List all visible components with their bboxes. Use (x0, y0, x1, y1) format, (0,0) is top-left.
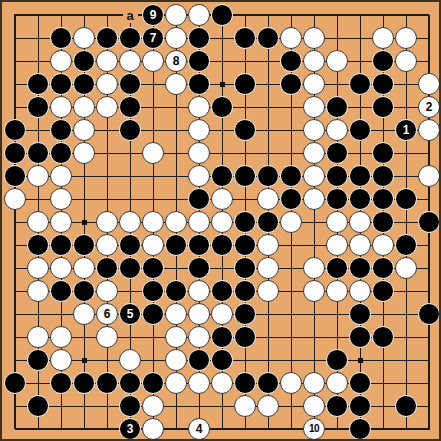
white-stone (50, 349, 72, 371)
white-stone (188, 211, 210, 233)
black-stone-move-5: 5 (119, 303, 141, 325)
go-board: 97821653410a (2, 2, 439, 439)
black-stone (73, 50, 95, 72)
black-stone (349, 188, 371, 210)
white-stone (50, 96, 72, 118)
black-stone (234, 234, 256, 256)
white-stone (119, 50, 141, 72)
black-stone (27, 142, 49, 164)
white-stone (303, 73, 325, 95)
star-point (82, 358, 87, 363)
black-stone (395, 395, 417, 417)
white-stone (280, 372, 302, 394)
black-stone-move-7: 7 (142, 27, 164, 49)
black-stone (418, 303, 440, 325)
white-stone (326, 234, 348, 256)
white-stone (73, 27, 95, 49)
white-stone (27, 326, 49, 348)
black-stone (211, 96, 233, 118)
star-point (82, 220, 87, 225)
black-stone (188, 234, 210, 256)
black-stone (211, 349, 233, 371)
white-stone (303, 257, 325, 279)
white-stone (188, 326, 210, 348)
black-stone (165, 280, 187, 302)
black-stone (142, 280, 164, 302)
black-stone (27, 96, 49, 118)
black-stone (326, 96, 348, 118)
white-stone (27, 211, 49, 233)
grid-line-vertical (406, 15, 407, 430)
white-stone (303, 27, 325, 49)
black-stone (188, 257, 210, 279)
black-stone (4, 142, 26, 164)
white-stone (188, 142, 210, 164)
white-stone (165, 4, 187, 26)
black-stone (73, 73, 95, 95)
black-stone (27, 73, 49, 95)
white-stone (349, 234, 371, 256)
white-stone (280, 27, 302, 49)
white-stone (188, 96, 210, 118)
white-stone (349, 280, 371, 302)
black-stone (349, 165, 371, 187)
black-stone (372, 142, 394, 164)
white-stone (188, 165, 210, 187)
white-stone (395, 50, 417, 72)
black-stone (188, 73, 210, 95)
white-stone (96, 73, 118, 95)
white-stone (188, 4, 210, 26)
black-stone (165, 234, 187, 256)
black-stone (50, 27, 72, 49)
white-stone (96, 50, 118, 72)
black-stone (188, 50, 210, 72)
black-stone (234, 211, 256, 233)
black-stone (257, 372, 279, 394)
black-stone (4, 372, 26, 394)
white-stone (27, 165, 49, 187)
white-stone (303, 96, 325, 118)
black-stone (119, 96, 141, 118)
black-stone (326, 142, 348, 164)
white-stone (188, 119, 210, 141)
black-stone (234, 372, 256, 394)
black-stone (119, 257, 141, 279)
white-stone (165, 73, 187, 95)
white-stone (257, 395, 279, 417)
black-stone (96, 27, 118, 49)
black-stone (4, 165, 26, 187)
black-stone (50, 119, 72, 141)
white-stone (418, 73, 440, 95)
black-stone (188, 27, 210, 49)
black-stone (119, 234, 141, 256)
black-stone (73, 234, 95, 256)
black-stone (349, 303, 371, 325)
white-stone (303, 188, 325, 210)
white-stone-move-10: 10 (303, 418, 325, 440)
black-stone (326, 188, 348, 210)
black-stone (211, 4, 233, 26)
white-stone (165, 349, 187, 371)
black-stone (372, 73, 394, 95)
star-point (358, 358, 363, 363)
white-stone (50, 50, 72, 72)
white-stone (96, 96, 118, 118)
white-stone (165, 326, 187, 348)
black-stone (142, 303, 164, 325)
black-stone (50, 372, 72, 394)
black-stone (372, 326, 394, 348)
white-stone (50, 211, 72, 233)
white-stone (142, 211, 164, 233)
white-stone (211, 188, 233, 210)
black-stone (119, 395, 141, 417)
black-stone (395, 234, 417, 256)
white-stone (211, 303, 233, 325)
white-stone (280, 211, 302, 233)
black-stone (119, 73, 141, 95)
white-stone (142, 395, 164, 417)
black-stone (326, 395, 348, 417)
white-stone (326, 119, 348, 141)
black-stone (280, 165, 302, 187)
white-stone (303, 142, 325, 164)
white-stone-move-6: 6 (96, 303, 118, 325)
white-stone (96, 234, 118, 256)
black-stone-move-1: 1 (395, 119, 417, 141)
black-stone (349, 395, 371, 417)
white-stone (303, 280, 325, 302)
black-stone (326, 165, 348, 187)
white-stone (27, 280, 49, 302)
white-stone (50, 326, 72, 348)
star-point (220, 82, 225, 87)
black-stone (142, 257, 164, 279)
black-stone (96, 257, 118, 279)
white-stone (50, 257, 72, 279)
black-stone (234, 280, 256, 302)
black-stone (234, 73, 256, 95)
black-stone (234, 257, 256, 279)
white-stone (165, 372, 187, 394)
black-stone (73, 280, 95, 302)
black-stone (211, 326, 233, 348)
white-stone (303, 372, 325, 394)
white-stone (395, 257, 417, 279)
white-stone-move-4: 4 (188, 418, 210, 440)
black-stone (349, 257, 371, 279)
white-stone (257, 188, 279, 210)
black-stone (372, 50, 394, 72)
white-stone (257, 280, 279, 302)
black-stone (211, 280, 233, 302)
white-stone (372, 27, 394, 49)
white-stone (257, 234, 279, 256)
black-stone (372, 280, 394, 302)
white-stone (211, 372, 233, 394)
white-stone (73, 119, 95, 141)
black-stone (211, 165, 233, 187)
black-stone (119, 27, 141, 49)
white-stone (96, 280, 118, 302)
white-stone (303, 50, 325, 72)
black-stone (372, 257, 394, 279)
white-stone (165, 303, 187, 325)
white-stone (188, 372, 210, 394)
black-stone (372, 211, 394, 233)
black-stone (27, 349, 49, 371)
white-stone (73, 96, 95, 118)
black-stone (280, 73, 302, 95)
black-stone (349, 73, 371, 95)
white-stone-move-2: 2 (418, 96, 440, 118)
black-stone (188, 188, 210, 210)
white-stone (50, 165, 72, 187)
black-stone (50, 280, 72, 302)
white-stone (326, 372, 348, 394)
black-stone (349, 326, 371, 348)
black-stone (234, 165, 256, 187)
white-stone (303, 119, 325, 141)
black-stone (27, 395, 49, 417)
black-stone (257, 165, 279, 187)
white-stone (73, 257, 95, 279)
go-board-frame: 97821653410a (0, 0, 441, 441)
white-stone (142, 418, 164, 440)
white-stone (4, 188, 26, 210)
black-stone (395, 188, 417, 210)
black-stone (142, 372, 164, 394)
black-stone (211, 234, 233, 256)
white-stone (50, 188, 72, 210)
black-stone (50, 142, 72, 164)
black-stone (372, 165, 394, 187)
black-stone (280, 188, 302, 210)
white-stone-move-8: 8 (165, 50, 187, 72)
white-stone (303, 395, 325, 417)
white-stone (326, 211, 348, 233)
white-stone (326, 280, 348, 302)
white-stone (142, 234, 164, 256)
white-stone (142, 142, 164, 164)
white-stone (188, 303, 210, 325)
white-stone (326, 50, 348, 72)
black-stone-move-3: 3 (119, 418, 141, 440)
white-stone (119, 349, 141, 371)
black-stone (119, 372, 141, 394)
white-stone (73, 303, 95, 325)
white-stone (372, 234, 394, 256)
white-stone (234, 395, 256, 417)
white-stone (188, 280, 210, 302)
black-stone (372, 96, 394, 118)
white-stone (165, 27, 187, 49)
white-stone (96, 211, 118, 233)
white-stone (395, 27, 417, 49)
white-stone (418, 165, 440, 187)
black-stone (257, 27, 279, 49)
black-stone (234, 119, 256, 141)
white-stone (27, 257, 49, 279)
black-stone (119, 119, 141, 141)
point-label-a: a (123, 8, 138, 23)
black-stone (280, 50, 302, 72)
white-stone (142, 50, 164, 72)
white-stone (73, 142, 95, 164)
black-stone (96, 372, 118, 394)
black-stone (418, 211, 440, 233)
white-stone (349, 211, 371, 233)
black-stone (234, 27, 256, 49)
black-stone (50, 73, 72, 95)
white-stone (165, 211, 187, 233)
white-stone (257, 257, 279, 279)
white-stone (119, 211, 141, 233)
white-stone (211, 211, 233, 233)
black-stone (326, 257, 348, 279)
black-stone (234, 303, 256, 325)
white-stone (418, 119, 440, 141)
black-stone (349, 418, 371, 440)
black-stone (27, 234, 49, 256)
black-stone (349, 372, 371, 394)
black-stone (257, 211, 279, 233)
black-stone (4, 119, 26, 141)
black-stone (349, 119, 371, 141)
white-stone (96, 326, 118, 348)
black-stone (372, 188, 394, 210)
black-stone (73, 372, 95, 394)
black-stone (188, 349, 210, 371)
black-stone (326, 349, 348, 371)
black-stone-move-9: 9 (142, 4, 164, 26)
black-stone (234, 326, 256, 348)
white-stone (303, 165, 325, 187)
black-stone (50, 234, 72, 256)
